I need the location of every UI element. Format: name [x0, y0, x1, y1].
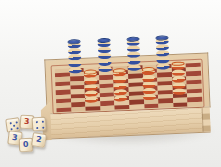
die-numeral: 2	[35, 136, 42, 145]
die-numeral: 0	[23, 140, 29, 148]
piece-stack-blue	[126, 39, 140, 70]
checker-disc	[98, 65, 111, 72]
checker-disc	[172, 76, 185, 83]
product-photo-draughts-set: 3302	[0, 0, 221, 167]
checker-disc	[143, 94, 156, 101]
checker-disc	[69, 60, 82, 67]
stacks-layer	[44, 52, 211, 140]
die-pips	[39, 124, 41, 126]
checker-disc	[98, 59, 111, 66]
piece-stack-blue	[68, 42, 82, 73]
piece-stack-red	[142, 69, 156, 100]
wooden-die	[32, 117, 46, 131]
piece-stack-blue	[156, 38, 170, 69]
checker-disc	[113, 77, 126, 84]
checker-disc	[69, 67, 82, 74]
piece-stack-blue	[97, 41, 111, 72]
checker-disc	[127, 58, 140, 65]
die-numeral: 3	[12, 133, 19, 142]
die-numeral: 3	[23, 117, 29, 125]
piece-stack-red	[113, 70, 127, 101]
checker-disc	[127, 64, 140, 71]
piece-stack-red	[171, 63, 185, 94]
wooden-box	[44, 52, 211, 140]
piece-stack-red	[84, 72, 98, 103]
checker-disc	[156, 57, 169, 64]
checker-disc	[114, 95, 127, 102]
checker-disc	[172, 88, 185, 95]
die-pips	[13, 125, 15, 127]
checker-disc	[85, 96, 98, 103]
wooden-die: 2	[31, 132, 46, 147]
checker-disc	[143, 75, 156, 82]
checker-disc	[157, 63, 170, 70]
checker-disc	[84, 78, 97, 85]
